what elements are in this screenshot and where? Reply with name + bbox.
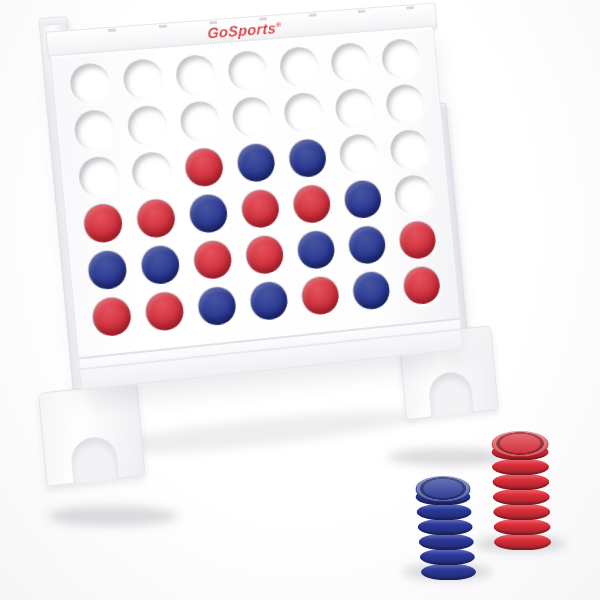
hole <box>227 49 269 91</box>
cell-r1c6[interactable] <box>323 37 378 87</box>
hole <box>174 53 216 95</box>
hole <box>86 248 129 292</box>
hole <box>248 279 290 322</box>
disc-top-face <box>492 431 549 457</box>
hole <box>244 233 286 276</box>
blue-disc <box>348 224 387 264</box>
hole <box>183 146 225 189</box>
red-disc <box>398 220 437 260</box>
hole <box>300 274 342 317</box>
red-disc <box>136 198 177 239</box>
cell-r6c6[interactable] <box>344 265 399 316</box>
blue-disc <box>188 193 228 234</box>
hole <box>397 219 438 261</box>
blue-disc <box>236 142 276 182</box>
cell-r4c6[interactable] <box>335 174 390 224</box>
blue-disc <box>140 244 181 285</box>
cell-r5c5[interactable] <box>288 224 343 275</box>
cell-r2c4[interactable] <box>224 91 280 141</box>
cell-r5c4[interactable] <box>237 229 293 280</box>
cell-r1c7[interactable] <box>374 33 429 82</box>
board-grid <box>61 33 449 342</box>
cell-r6c7[interactable] <box>395 260 449 310</box>
blue-disc <box>352 270 391 310</box>
blue-disc <box>343 179 382 219</box>
cell-r2c6[interactable] <box>327 83 382 133</box>
cell-r4c7[interactable] <box>386 169 441 219</box>
cell-r2c5[interactable] <box>276 87 332 137</box>
hole <box>240 187 282 230</box>
cell-r3c1[interactable] <box>70 151 128 202</box>
cell-r4c5[interactable] <box>284 178 339 229</box>
red-disc-stack[interactable] <box>494 442 551 550</box>
hole <box>393 173 434 215</box>
hole <box>187 192 229 235</box>
cell-r4c2[interactable] <box>128 192 185 243</box>
red-disc <box>402 265 441 305</box>
red-disc <box>245 234 285 275</box>
hole <box>135 197 178 240</box>
cell-r1c4[interactable] <box>220 45 276 95</box>
red-disc <box>184 147 224 188</box>
hole <box>139 243 182 286</box>
disc-top-face <box>416 476 471 502</box>
cell-r3c6[interactable] <box>331 128 386 178</box>
disc <box>420 549 475 565</box>
hole <box>338 132 379 174</box>
hole <box>401 264 442 306</box>
disc <box>421 564 476 580</box>
disc <box>417 504 472 520</box>
cell-r3c4[interactable] <box>228 137 284 188</box>
disc <box>493 504 550 520</box>
hole <box>231 95 273 137</box>
blue-disc <box>296 229 335 270</box>
cell-r3c5[interactable] <box>280 133 335 183</box>
hole <box>287 137 329 179</box>
hole <box>179 99 221 142</box>
cell-r1c5[interactable] <box>271 41 327 91</box>
cell-r5c1[interactable] <box>79 244 136 296</box>
right-foot-shadow <box>388 448 508 466</box>
disc <box>418 519 473 535</box>
red-disc <box>241 188 281 229</box>
red-disc <box>301 275 340 316</box>
red-disc <box>83 202 124 243</box>
left-foot <box>38 382 146 487</box>
registered-mark: ® <box>276 21 281 28</box>
disc <box>494 519 551 535</box>
hole <box>192 238 234 281</box>
cell-r3c2[interactable] <box>123 146 180 197</box>
hole <box>90 295 133 339</box>
cell-r6c3[interactable] <box>189 280 245 332</box>
hole <box>122 57 165 100</box>
hole <box>283 91 325 133</box>
red-disc <box>193 239 233 280</box>
red-disc <box>144 290 185 331</box>
cell-r4c4[interactable] <box>232 183 288 234</box>
hole <box>77 155 120 198</box>
cell-r4c3[interactable] <box>180 188 236 239</box>
board <box>50 26 464 390</box>
hole <box>330 41 371 83</box>
hole <box>291 182 333 225</box>
hole <box>69 62 112 105</box>
hole <box>351 269 392 312</box>
cell-r2c7[interactable] <box>378 79 433 129</box>
disc <box>492 459 549 475</box>
blue-disc <box>288 138 327 178</box>
disc <box>419 534 474 550</box>
hole <box>347 223 388 265</box>
hole <box>385 83 426 125</box>
disc <box>493 489 550 505</box>
cell-r6c4[interactable] <box>241 275 297 326</box>
cell-r5c3[interactable] <box>185 234 241 285</box>
blue-disc <box>249 280 289 321</box>
hole <box>295 228 337 271</box>
disc <box>494 534 551 550</box>
cell-r5c2[interactable] <box>132 239 189 291</box>
connect-four-unit: GoSports® <box>46 3 474 481</box>
cell-r4c1[interactable] <box>74 197 131 249</box>
hole <box>235 141 277 184</box>
cell-r2c3[interactable] <box>172 95 229 146</box>
cell-r1c1[interactable] <box>61 58 119 109</box>
blue-disc <box>87 249 128 290</box>
left-foot-shadow <box>48 506 178 526</box>
hole <box>196 284 238 327</box>
cell-r6c2[interactable] <box>136 285 193 337</box>
cell-r3c3[interactable] <box>176 142 232 193</box>
cell-r5c7[interactable] <box>390 215 444 265</box>
hole <box>389 128 430 170</box>
red-disc <box>91 296 132 338</box>
hole <box>278 45 320 87</box>
hole <box>342 178 383 220</box>
disc <box>492 474 549 490</box>
hole <box>126 104 169 147</box>
hole <box>334 87 375 129</box>
blue-disc-stack[interactable] <box>421 470 476 580</box>
blue-disc <box>197 285 237 326</box>
cell-r2c1[interactable] <box>66 104 124 155</box>
cell-r1c3[interactable] <box>167 49 224 99</box>
cell-r5c6[interactable] <box>340 219 395 270</box>
cell-r1c2[interactable] <box>115 53 172 104</box>
product-photo-scene: GoSports® <box>0 0 600 600</box>
hole <box>380 37 421 79</box>
cell-r3c7[interactable] <box>382 124 437 174</box>
hole <box>73 108 116 151</box>
cell-r2c2[interactable] <box>119 100 176 151</box>
cell-r6c5[interactable] <box>293 270 348 321</box>
hole <box>143 289 186 332</box>
red-disc <box>292 184 331 224</box>
cell-r6c1[interactable] <box>83 290 140 342</box>
hole <box>82 201 125 244</box>
hole <box>130 150 173 193</box>
